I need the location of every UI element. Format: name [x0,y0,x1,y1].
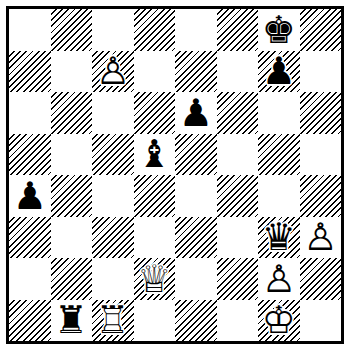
square-c6[interactable] [92,92,134,134]
square-d2[interactable]: ♛♕ [134,258,176,300]
square-b8[interactable] [51,9,93,51]
white-pawn-glyph: ♙ [258,258,300,300]
square-f8[interactable] [217,9,259,51]
white-rook-glyph: ♖ [92,300,134,342]
square-b6[interactable] [51,92,93,134]
square-g6[interactable] [258,92,300,134]
square-a2[interactable] [9,258,51,300]
square-g2[interactable]: ♟♙ [258,258,300,300]
square-a1[interactable] [9,300,51,342]
square-a8[interactable] [9,9,51,51]
square-f6[interactable] [217,92,259,134]
white-rook[interactable]: ♜♖ [92,300,134,342]
black-king[interactable]: ♚♚ [258,9,300,51]
square-d8[interactable] [134,9,176,51]
black-rook-glyph: ♜ [51,300,93,342]
square-e5[interactable] [175,134,217,176]
square-b4[interactable] [51,175,93,217]
black-pawn-glyph: ♟ [175,92,217,134]
square-h2[interactable] [300,258,342,300]
black-bishop-glyph: ♝ [134,134,176,176]
square-h3[interactable]: ♟♙ [300,217,342,259]
white-king-glyph: ♔ [258,300,300,342]
square-h4[interactable] [300,175,342,217]
black-bishop[interactable]: ♝♝ [134,134,176,176]
square-c7[interactable]: ♟♙ [92,51,134,93]
square-g3[interactable]: ♛♛ [258,217,300,259]
square-h6[interactable] [300,92,342,134]
square-h7[interactable] [300,51,342,93]
black-king-glyph: ♚ [258,9,300,51]
black-pawn[interactable]: ♟♟ [9,175,51,217]
white-queen[interactable]: ♛♕ [134,258,176,300]
square-g8[interactable]: ♚♚ [258,9,300,51]
square-b1[interactable]: ♜♜ [51,300,93,342]
square-a4[interactable]: ♟♟ [9,175,51,217]
square-e4[interactable] [175,175,217,217]
square-g7[interactable]: ♟♟ [258,51,300,93]
square-h5[interactable] [300,134,342,176]
black-pawn[interactable]: ♟♟ [258,51,300,93]
square-d1[interactable] [134,300,176,342]
square-f7[interactable] [217,51,259,93]
square-a7[interactable] [9,51,51,93]
square-g5[interactable] [258,134,300,176]
square-d5[interactable]: ♝♝ [134,134,176,176]
square-f3[interactable] [217,217,259,259]
square-f5[interactable] [217,134,259,176]
board-frame: ♚♚♟♙♟♟♟♟♝♝♟♟♛♛♟♙♛♕♟♙♜♜♜♖♚♔ [6,6,344,344]
square-h1[interactable] [300,300,342,342]
square-b7[interactable] [51,51,93,93]
square-e1[interactable] [175,300,217,342]
square-f2[interactable] [217,258,259,300]
white-pawn-glyph: ♙ [92,51,134,93]
square-e8[interactable] [175,9,217,51]
black-pawn-glyph: ♟ [258,51,300,93]
square-f4[interactable] [217,175,259,217]
square-d7[interactable] [134,51,176,93]
square-d6[interactable] [134,92,176,134]
chess-board: ♚♚♟♙♟♟♟♟♝♝♟♟♛♛♟♙♛♕♟♙♜♜♜♖♚♔ [9,9,341,341]
black-queen-glyph: ♛ [258,217,300,259]
black-queen[interactable]: ♛♛ [258,217,300,259]
square-e7[interactable] [175,51,217,93]
square-e3[interactable] [175,217,217,259]
square-b2[interactable] [51,258,93,300]
white-queen-glyph: ♕ [134,258,176,300]
square-g1[interactable]: ♚♔ [258,300,300,342]
square-a3[interactable] [9,217,51,259]
black-pawn-glyph: ♟ [9,175,51,217]
square-c3[interactable] [92,217,134,259]
white-pawn[interactable]: ♟♙ [92,51,134,93]
square-a6[interactable] [9,92,51,134]
square-e2[interactable] [175,258,217,300]
black-rook[interactable]: ♜♜ [51,300,93,342]
square-c5[interactable] [92,134,134,176]
square-b3[interactable] [51,217,93,259]
black-pawn[interactable]: ♟♟ [175,92,217,134]
square-d4[interactable] [134,175,176,217]
square-c2[interactable] [92,258,134,300]
square-c1[interactable]: ♜♖ [92,300,134,342]
square-e6[interactable]: ♟♟ [175,92,217,134]
square-c8[interactable] [92,9,134,51]
square-a5[interactable] [9,134,51,176]
square-c4[interactable] [92,175,134,217]
square-g4[interactable] [258,175,300,217]
white-king[interactable]: ♚♔ [258,300,300,342]
white-pawn[interactable]: ♟♙ [258,258,300,300]
square-h8[interactable] [300,9,342,51]
square-b5[interactable] [51,134,93,176]
square-d3[interactable] [134,217,176,259]
white-pawn[interactable]: ♟♙ [300,217,342,259]
white-pawn-glyph: ♙ [300,217,342,259]
square-f1[interactable] [217,300,259,342]
